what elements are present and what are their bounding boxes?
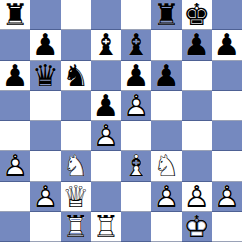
black-pawn-f6[interactable]: ♟︎ xyxy=(151,61,181,91)
square-f4[interactable] xyxy=(151,121,181,151)
square-a7[interactable] xyxy=(0,30,30,60)
black-pawn-a6[interactable]: ♟︎ xyxy=(0,61,30,91)
square-h3[interactable] xyxy=(212,151,242,181)
square-f1[interactable] xyxy=(151,212,181,242)
white-piece-fill: ♟︎ xyxy=(91,121,121,151)
black-piece-glyph: ♞︎ xyxy=(61,61,91,91)
black-piece-glyph: ♟︎ xyxy=(151,61,181,91)
white-piece-fill: ♞︎ xyxy=(151,151,181,181)
square-g4[interactable] xyxy=(182,121,212,151)
square-f6[interactable]: ♟︎ xyxy=(151,61,181,91)
square-c3[interactable]: ♞︎♘︎ xyxy=(61,151,91,181)
white-piece-fill: ♟︎ xyxy=(151,182,181,212)
white-rook-c1[interactable]: ♜︎♖︎ xyxy=(61,212,91,242)
white-piece-fill: ♚︎ xyxy=(182,212,212,242)
white-piece-fill: ♟︎ xyxy=(30,182,60,212)
square-d4[interactable]: ♟︎♙︎ xyxy=(91,121,121,151)
square-h2[interactable]: ♟︎♙︎ xyxy=(212,182,242,212)
square-e3[interactable]: ♝︎♗︎ xyxy=(121,151,151,181)
square-b6[interactable]: ♛︎ xyxy=(30,61,60,91)
square-d5[interactable]: ♟︎ xyxy=(91,91,121,121)
square-e5[interactable]: ♟︎♙︎ xyxy=(121,91,151,121)
square-b2[interactable]: ♟︎♙︎ xyxy=(30,182,60,212)
white-piece-fill: ♝︎ xyxy=(121,151,151,181)
square-h7[interactable]: ♟︎ xyxy=(212,30,242,60)
black-piece-glyph: ♜︎ xyxy=(151,0,181,30)
square-d6[interactable] xyxy=(91,61,121,91)
white-piece-fill: ♛︎ xyxy=(61,182,91,212)
white-pawn-g2[interactable]: ♟︎♙︎ xyxy=(182,182,212,212)
white-rook-d1[interactable]: ♜︎♖︎ xyxy=(91,212,121,242)
white-bishop-e3[interactable]: ♝︎♗︎ xyxy=(121,151,151,181)
black-pawn-g7[interactable]: ♟︎ xyxy=(182,30,212,60)
square-e2[interactable] xyxy=(121,182,151,212)
white-pawn-h2[interactable]: ♟︎♙︎ xyxy=(212,182,242,212)
square-h5[interactable] xyxy=(212,91,242,121)
black-piece-glyph: ♜︎ xyxy=(0,0,30,30)
white-piece-outline: ♙︎ xyxy=(30,182,60,212)
white-piece-outline: ♘︎ xyxy=(61,151,91,181)
square-f2[interactable]: ♟︎♙︎ xyxy=(151,182,181,212)
chess-board: ♜︎♜︎♚︎♟︎♝︎♝︎♟︎♟︎♟︎♛︎♞︎♟︎♟︎♟︎♟︎♙︎♟︎♙︎♟︎♙︎… xyxy=(0,0,242,242)
white-piece-outline: ♔︎ xyxy=(182,212,212,242)
square-g3[interactable] xyxy=(182,151,212,181)
square-c2[interactable]: ♛︎♕︎ xyxy=(61,182,91,212)
black-piece-glyph: ♝︎ xyxy=(121,30,151,60)
square-c5[interactable] xyxy=(61,91,91,121)
square-f8[interactable]: ♜︎ xyxy=(151,0,181,30)
white-piece-fill: ♟︎ xyxy=(212,182,242,212)
square-g6[interactable] xyxy=(182,61,212,91)
white-piece-outline: ♙︎ xyxy=(91,121,121,151)
square-f3[interactable]: ♞︎♘︎ xyxy=(151,151,181,181)
black-queen-b6[interactable]: ♛︎ xyxy=(30,61,60,91)
white-piece-fill: ♜︎ xyxy=(91,212,121,242)
square-g8[interactable]: ♚︎ xyxy=(182,0,212,30)
square-b3[interactable] xyxy=(30,151,60,181)
white-piece-fill: ♟︎ xyxy=(182,182,212,212)
square-e1[interactable] xyxy=(121,212,151,242)
white-pawn-f2[interactable]: ♟︎♙︎ xyxy=(151,182,181,212)
white-knight-f3[interactable]: ♞︎♘︎ xyxy=(151,151,181,181)
square-b5[interactable] xyxy=(30,91,60,121)
square-h6[interactable] xyxy=(212,61,242,91)
square-c4[interactable] xyxy=(61,121,91,151)
black-bishop-d7[interactable]: ♝︎ xyxy=(91,30,121,60)
white-piece-outline: ♙︎ xyxy=(0,151,30,181)
square-b1[interactable] xyxy=(30,212,60,242)
white-piece-fill: ♜︎ xyxy=(61,212,91,242)
square-f5[interactable] xyxy=(151,91,181,121)
black-pawn-h7[interactable]: ♟︎ xyxy=(212,30,242,60)
black-piece-glyph: ♟︎ xyxy=(121,61,151,91)
white-pawn-d4[interactable]: ♟︎♙︎ xyxy=(91,121,121,151)
square-e6[interactable]: ♟︎ xyxy=(121,61,151,91)
square-d8[interactable] xyxy=(91,0,121,30)
white-piece-outline: ♗︎ xyxy=(121,151,151,181)
white-piece-fill: ♞︎ xyxy=(61,151,91,181)
white-piece-outline: ♙︎ xyxy=(212,182,242,212)
square-a6[interactable]: ♟︎ xyxy=(0,61,30,91)
square-c6[interactable]: ♞︎ xyxy=(61,61,91,91)
white-piece-outline: ♖︎ xyxy=(91,212,121,242)
square-a1[interactable] xyxy=(0,212,30,242)
black-piece-glyph: ♝︎ xyxy=(91,30,121,60)
square-g7[interactable]: ♟︎ xyxy=(182,30,212,60)
white-pawn-e5[interactable]: ♟︎♙︎ xyxy=(121,91,151,121)
black-rook-f8[interactable]: ♜︎ xyxy=(151,0,181,30)
black-piece-glyph: ♟︎ xyxy=(91,91,121,121)
square-e7[interactable]: ♝︎ xyxy=(121,30,151,60)
square-b4[interactable] xyxy=(30,121,60,151)
square-a5[interactable] xyxy=(0,91,30,121)
white-queen-c2[interactable]: ♛︎♕︎ xyxy=(61,182,91,212)
square-e4[interactable] xyxy=(121,121,151,151)
square-d2[interactable] xyxy=(91,182,121,212)
white-knight-c3[interactable]: ♞︎♘︎ xyxy=(61,151,91,181)
white-piece-fill: ♟︎ xyxy=(121,91,151,121)
white-king-g1[interactable]: ♚︎♔︎ xyxy=(182,212,212,242)
square-f7[interactable] xyxy=(151,30,181,60)
black-piece-glyph: ♛︎ xyxy=(30,61,60,91)
square-c7[interactable] xyxy=(61,30,91,60)
square-g2[interactable]: ♟︎♙︎ xyxy=(182,182,212,212)
black-piece-glyph: ♟︎ xyxy=(0,61,30,91)
white-piece-fill: ♟︎ xyxy=(0,151,30,181)
black-bishop-e7[interactable]: ♝︎ xyxy=(121,30,151,60)
white-piece-outline: ♙︎ xyxy=(121,91,151,121)
square-b7[interactable]: ♟︎ xyxy=(30,30,60,60)
black-king-g8[interactable]: ♚︎ xyxy=(182,0,212,30)
square-d3[interactable] xyxy=(91,151,121,181)
square-g5[interactable] xyxy=(182,91,212,121)
white-piece-outline: ♘︎ xyxy=(151,151,181,181)
black-pawn-b7[interactable]: ♟︎ xyxy=(30,30,60,60)
black-piece-glyph: ♟︎ xyxy=(212,30,242,60)
white-piece-outline: ♙︎ xyxy=(151,182,181,212)
white-piece-outline: ♕︎ xyxy=(61,182,91,212)
white-pawn-a3[interactable]: ♟︎♙︎ xyxy=(0,151,30,181)
white-piece-outline: ♙︎ xyxy=(182,182,212,212)
square-e8[interactable] xyxy=(121,0,151,30)
square-d7[interactable]: ♝︎ xyxy=(91,30,121,60)
square-d1[interactable]: ♜︎♖︎ xyxy=(91,212,121,242)
black-piece-glyph: ♚︎ xyxy=(182,0,212,30)
black-pawn-e6[interactable]: ♟︎ xyxy=(121,61,151,91)
square-h4[interactable] xyxy=(212,121,242,151)
black-pawn-d5[interactable]: ♟︎ xyxy=(91,91,121,121)
square-a8[interactable]: ♜︎ xyxy=(0,0,30,30)
black-rook-a8[interactable]: ♜︎ xyxy=(0,0,30,30)
square-b8[interactable] xyxy=(30,0,60,30)
white-piece-outline: ♖︎ xyxy=(61,212,91,242)
square-h8[interactable] xyxy=(212,0,242,30)
white-pawn-b2[interactable]: ♟︎♙︎ xyxy=(30,182,60,212)
square-c1[interactable]: ♜︎♖︎ xyxy=(61,212,91,242)
square-a4[interactable] xyxy=(0,121,30,151)
square-g1[interactable]: ♚︎♔︎ xyxy=(182,212,212,242)
square-a3[interactable]: ♟︎♙︎ xyxy=(0,151,30,181)
square-c8[interactable] xyxy=(61,0,91,30)
square-h1[interactable] xyxy=(212,212,242,242)
black-knight-c6[interactable]: ♞︎ xyxy=(61,61,91,91)
square-a2[interactable] xyxy=(0,182,30,212)
black-piece-glyph: ♟︎ xyxy=(30,30,60,60)
black-piece-glyph: ♟︎ xyxy=(182,30,212,60)
